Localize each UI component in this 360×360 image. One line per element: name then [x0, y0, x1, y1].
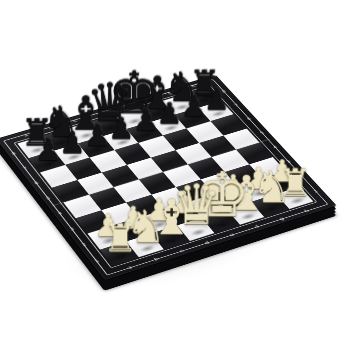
scene: aa88bb77cc66dd55ee44ff33gg22hh11 ♜♞♝♛♚♝♞… [0, 0, 360, 360]
black-pawn-icon: ♟ [157, 99, 183, 128]
white-rook-icon: ♜ [103, 218, 138, 257]
rank-label-6: 6 [245, 116, 251, 120]
rank-label-4: 4 [271, 144, 277, 149]
rank-label-7: 7 [22, 165, 28, 170]
rank-label-8: 8 [11, 151, 17, 156]
rank-label-1: 1 [93, 258, 100, 263]
black-pawn-icon: ♟ [34, 135, 61, 165]
rank-label-4: 4 [57, 211, 63, 216]
rank-label-1: 1 [312, 188, 319, 193]
black-pawn-icon: ♟ [84, 121, 111, 151]
black-pawn-icon: ♟ [132, 106, 158, 135]
rank-label-5: 5 [258, 130, 264, 135]
rank-label-2: 2 [81, 242, 88, 247]
black-pawn-icon: ♟ [59, 128, 86, 158]
black-pawn-icon: ♟ [204, 85, 230, 114]
rank-label-3: 3 [69, 226, 75, 231]
black-pawn-icon: ♟ [180, 92, 206, 121]
rank-label-7: 7 [233, 103, 239, 107]
black-pawn-icon: ♟ [108, 113, 134, 142]
rank-label-6: 6 [33, 180, 39, 185]
rank-label-5: 5 [45, 195, 51, 200]
